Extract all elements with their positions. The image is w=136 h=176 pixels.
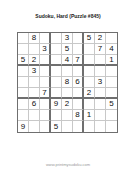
sudoku-cell-r5c9 xyxy=(106,77,117,88)
sudoku-cell-r3c5: 4 xyxy=(62,55,73,66)
sudoku-cell-r9c5 xyxy=(62,121,73,132)
sudoku-cell-r8c5 xyxy=(62,110,73,121)
sudoku-cell-r6c9 xyxy=(106,88,117,99)
sudoku-cell-r6c7: 2 xyxy=(84,88,95,99)
sudoku-cell-r1c2: 8 xyxy=(29,33,40,44)
sudoku-cell-r9c2 xyxy=(29,121,40,132)
sudoku-cell-r7c3 xyxy=(40,99,51,110)
sudoku-cell-r6c5 xyxy=(62,88,73,99)
sudoku-cell-r9c9 xyxy=(106,121,117,132)
sudoku-cell-r6c1 xyxy=(18,88,29,99)
sudoku-cell-r4c4 xyxy=(51,66,62,77)
sudoku-cell-r8c2 xyxy=(29,110,40,121)
sudoku-cell-r6c8 xyxy=(95,88,106,99)
sudoku-cell-r8c9 xyxy=(106,110,117,121)
sudoku-cell-r7c7 xyxy=(84,99,95,110)
sudoku-cell-r8c8 xyxy=(95,110,106,121)
sudoku-cell-r6c6 xyxy=(73,88,84,99)
sudoku-cell-r1c7: 5 xyxy=(84,33,95,44)
sudoku-cell-r2c4 xyxy=(51,44,62,55)
sudoku-board: 835235745247138637269258195 xyxy=(17,32,118,133)
sudoku-cell-r2c6 xyxy=(73,44,84,55)
sudoku-cell-r2c3: 3 xyxy=(40,44,51,55)
sudoku-cell-r5c1 xyxy=(18,77,29,88)
sudoku-cell-r1c9 xyxy=(106,33,117,44)
sudoku-cell-r4c1 xyxy=(18,66,29,77)
sudoku-cell-r2c7 xyxy=(84,44,95,55)
sudoku-cell-r4c9 xyxy=(106,66,117,77)
sudoku-cell-r2c9: 4 xyxy=(106,44,117,55)
sudoku-cell-r4c3 xyxy=(40,66,51,77)
sudoku-cell-r8c6: 8 xyxy=(73,110,84,121)
sudoku-cell-r3c3 xyxy=(40,55,51,66)
sudoku-cell-r5c8: 3 xyxy=(95,77,106,88)
sudoku-cell-r8c1 xyxy=(18,110,29,121)
sudoku-cell-r1c1 xyxy=(18,33,29,44)
sudoku-cell-r2c8: 7 xyxy=(95,44,106,55)
sudoku-cell-r3c2: 2 xyxy=(29,55,40,66)
sudoku-cell-r4c2: 3 xyxy=(29,66,40,77)
sudoku-cell-r3c4 xyxy=(51,55,62,66)
footer-url: www.printmysudoku.com xyxy=(0,162,136,167)
sudoku-cell-r3c8 xyxy=(95,55,106,66)
sudoku-cell-r5c6: 6 xyxy=(73,77,84,88)
sudoku-cell-r2c2 xyxy=(29,44,40,55)
sudoku-cell-r1c5: 3 xyxy=(62,33,73,44)
sudoku-cell-r7c6 xyxy=(73,99,84,110)
sudoku-cell-r9c8 xyxy=(95,121,106,132)
sudoku-cell-r6c4 xyxy=(51,88,62,99)
sudoku-cell-r6c3: 7 xyxy=(40,88,51,99)
sudoku-cell-r3c7 xyxy=(84,55,95,66)
sudoku-cell-r5c4 xyxy=(51,77,62,88)
sudoku-cell-r7c1 xyxy=(18,99,29,110)
sudoku-cell-r9c4: 5 xyxy=(51,121,62,132)
sudoku-cell-r8c4 xyxy=(51,110,62,121)
sudoku-cell-r5c7 xyxy=(84,77,95,88)
sudoku-cell-r5c2 xyxy=(29,77,40,88)
sudoku-cell-r6c2 xyxy=(29,88,40,99)
sudoku-cell-r7c8 xyxy=(95,99,106,110)
page-title: Sudoku, Hard (Puzzle #845) xyxy=(0,13,136,19)
sudoku-cell-r3c6: 7 xyxy=(73,55,84,66)
sudoku-cell-r1c6 xyxy=(73,33,84,44)
sudoku-cell-r4c7 xyxy=(84,66,95,77)
sudoku-cell-r2c5: 5 xyxy=(62,44,73,55)
sudoku-cell-r1c4 xyxy=(51,33,62,44)
sudoku-cell-r7c5: 2 xyxy=(62,99,73,110)
sudoku-cell-r1c8: 2 xyxy=(95,33,106,44)
sudoku-cell-r4c8 xyxy=(95,66,106,77)
sudoku-cell-r3c1: 5 xyxy=(18,55,29,66)
sudoku-cell-r9c7 xyxy=(84,121,95,132)
sudoku-cell-r1c3 xyxy=(40,33,51,44)
sudoku-cell-r5c3 xyxy=(40,77,51,88)
sudoku-cell-r4c5 xyxy=(62,66,73,77)
sudoku-cell-r7c4: 9 xyxy=(51,99,62,110)
sudoku-cell-r8c7: 1 xyxy=(84,110,95,121)
sudoku-cell-r5c5: 8 xyxy=(62,77,73,88)
sudoku-cell-r3c9: 1 xyxy=(106,55,117,66)
sudoku-cell-r9c6 xyxy=(73,121,84,132)
sudoku-cell-r7c2: 6 xyxy=(29,99,40,110)
sudoku-cell-r7c9: 5 xyxy=(106,99,117,110)
sudoku-cell-r2c1 xyxy=(18,44,29,55)
sudoku-cell-r8c3 xyxy=(40,110,51,121)
sudoku-cell-r4c6 xyxy=(73,66,84,77)
sudoku-cell-r9c3 xyxy=(40,121,51,132)
sudoku-cell-r9c1: 9 xyxy=(18,121,29,132)
